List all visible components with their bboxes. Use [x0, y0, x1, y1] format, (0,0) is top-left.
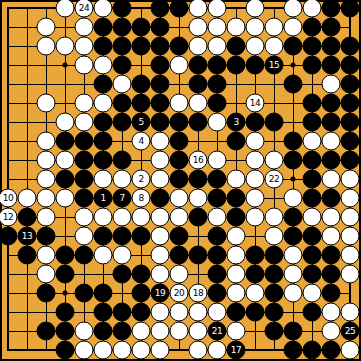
stone-black[interactable] [94, 113, 113, 132]
stone-black[interactable] [75, 189, 94, 208]
stone-black[interactable] [303, 246, 322, 265]
stone-white[interactable] [322, 303, 341, 322]
stone-black[interactable] [56, 341, 75, 360]
stone-black[interactable] [208, 265, 227, 284]
stone-white[interactable] [208, 341, 227, 360]
stone-white[interactable] [341, 246, 360, 265]
move-number: 17 [231, 346, 241, 355]
stone-white[interactable] [227, 284, 246, 303]
stone-black[interactable] [208, 246, 227, 265]
move-number: 20 [174, 289, 184, 298]
stone-black[interactable] [303, 303, 322, 322]
stone-white[interactable] [75, 37, 94, 56]
stone-white[interactable] [18, 189, 37, 208]
stone-black[interactable] [303, 94, 322, 113]
stone-white[interactable] [322, 208, 341, 227]
stone-black[interactable] [37, 284, 56, 303]
stone-black[interactable] [170, 227, 189, 246]
stone-white[interactable] [132, 208, 151, 227]
stone-white[interactable] [227, 246, 246, 265]
stone-white[interactable] [151, 246, 170, 265]
stone-white[interactable] [151, 151, 170, 170]
stone-black[interactable] [227, 37, 246, 56]
stone-white[interactable] [284, 246, 303, 265]
stone-black[interactable] [170, 170, 189, 189]
stone-black[interactable] [303, 189, 322, 208]
stone-white[interactable] [189, 18, 208, 37]
stone-black[interactable] [246, 265, 265, 284]
star-point [63, 63, 68, 68]
move-number: 22 [269, 175, 279, 184]
stone-white[interactable] [322, 132, 341, 151]
move-number: 10 [3, 194, 13, 203]
stone-black[interactable] [94, 284, 113, 303]
stone-black[interactable] [322, 0, 341, 18]
stone-white[interactable] [37, 189, 56, 208]
move-number: 15 [269, 61, 279, 70]
stone-black[interactable] [189, 170, 208, 189]
stone-white[interactable] [75, 56, 94, 75]
stone-white[interactable] [246, 132, 265, 151]
stone-black[interactable] [189, 208, 208, 227]
stone-white[interactable] [37, 208, 56, 227]
stone-black[interactable]: 25 [341, 322, 360, 341]
stone-black[interactable] [341, 132, 360, 151]
stone-black[interactable] [246, 303, 265, 322]
stone-black[interactable] [132, 37, 151, 56]
stone-white[interactable] [189, 189, 208, 208]
move-number: 18 [193, 289, 203, 298]
stone-white[interactable] [94, 0, 113, 18]
move-number: 14 [250, 99, 260, 108]
stone-black[interactable] [75, 132, 94, 151]
stone-black[interactable] [284, 75, 303, 94]
stone-white[interactable] [113, 246, 132, 265]
stone-white[interactable] [170, 208, 189, 227]
stone-white[interactable] [227, 227, 246, 246]
stone-black[interactable] [18, 208, 37, 227]
stone-white[interactable] [246, 170, 265, 189]
stone-black[interactable] [303, 170, 322, 189]
star-point [291, 177, 296, 182]
stone-black[interactable] [322, 265, 341, 284]
stone-black[interactable] [113, 37, 132, 56]
star-point [63, 291, 68, 296]
stone-black[interactable] [208, 227, 227, 246]
stone-white[interactable] [75, 341, 94, 360]
stone-black[interactable] [170, 151, 189, 170]
stone-white[interactable] [246, 208, 265, 227]
stone-black[interactable] [265, 322, 284, 341]
stone-black[interactable] [322, 113, 341, 132]
stone-black[interactable]: 5 [132, 113, 151, 132]
stone-black[interactable] [75, 151, 94, 170]
stone-black[interactable] [170, 113, 189, 132]
stone-white[interactable] [37, 18, 56, 37]
stone-black[interactable] [170, 0, 189, 18]
stone-black[interactable] [189, 75, 208, 94]
stone-white[interactable] [246, 0, 265, 18]
stone-black[interactable] [151, 0, 170, 18]
stone-white[interactable]: 18 [189, 284, 208, 303]
stone-black[interactable] [94, 322, 113, 341]
stone-black[interactable] [132, 284, 151, 303]
stone-black[interactable] [151, 56, 170, 75]
stone-white[interactable] [75, 322, 94, 341]
stone-white[interactable] [75, 94, 94, 113]
stone-white[interactable] [113, 170, 132, 189]
stone-black[interactable] [0, 227, 18, 246]
stone-white[interactable] [151, 227, 170, 246]
stone-black[interactable] [94, 227, 113, 246]
stone-black[interactable] [265, 246, 284, 265]
stone-white[interactable] [37, 170, 56, 189]
stone-black[interactable] [37, 227, 56, 246]
stone-black[interactable] [189, 56, 208, 75]
stone-white[interactable] [75, 227, 94, 246]
stone-white[interactable] [151, 170, 170, 189]
stone-white[interactable] [170, 303, 189, 322]
stone-black[interactable]: 17 [227, 341, 246, 360]
stone-black[interactable] [113, 113, 132, 132]
stone-black[interactable] [322, 56, 341, 75]
stone-white[interactable] [208, 113, 227, 132]
stone-black[interactable] [341, 56, 360, 75]
stone-white[interactable] [170, 94, 189, 113]
stone-black[interactable] [303, 341, 322, 360]
stone-black[interactable] [113, 303, 132, 322]
stone-white[interactable] [227, 265, 246, 284]
stone-black[interactable] [189, 246, 208, 265]
stone-white[interactable] [265, 18, 284, 37]
stone-white[interactable] [132, 322, 151, 341]
stone-black[interactable] [284, 37, 303, 56]
stone-white[interactable] [341, 341, 360, 360]
move-number: 2 [138, 175, 143, 184]
stone-white[interactable] [151, 303, 170, 322]
stone-black[interactable] [170, 37, 189, 56]
stone-black[interactable] [113, 151, 132, 170]
stone-black[interactable] [208, 189, 227, 208]
stone-black[interactable] [75, 170, 94, 189]
stone-black[interactable]: 13 [18, 227, 37, 246]
stone-black[interactable] [341, 37, 360, 56]
stone-white[interactable] [208, 18, 227, 37]
stone-white[interactable]: 16 [189, 151, 208, 170]
stone-black[interactable] [227, 303, 246, 322]
stone-black[interactable] [151, 189, 170, 208]
stone-white[interactable] [151, 322, 170, 341]
stone-white[interactable] [151, 132, 170, 151]
stone-black[interactable] [132, 75, 151, 94]
stone-black[interactable] [208, 75, 227, 94]
stone-white[interactable] [151, 341, 170, 360]
stone-black[interactable] [303, 56, 322, 75]
stone-black[interactable] [113, 56, 132, 75]
stone-black[interactable] [56, 246, 75, 265]
stone-white[interactable] [208, 151, 227, 170]
stone-black[interactable] [170, 132, 189, 151]
stone-white[interactable] [170, 189, 189, 208]
stone-white[interactable] [284, 189, 303, 208]
stone-black[interactable] [75, 284, 94, 303]
stone-black[interactable] [284, 151, 303, 170]
stone-white[interactable] [94, 94, 113, 113]
stone-white[interactable]: 2 [132, 170, 151, 189]
stone-white[interactable] [303, 132, 322, 151]
move-number: 21 [212, 327, 222, 336]
stone-white[interactable] [94, 208, 113, 227]
stone-white[interactable] [151, 208, 170, 227]
star-point [291, 63, 296, 68]
stone-black[interactable] [37, 322, 56, 341]
stone-black[interactable] [341, 113, 360, 132]
stone-white[interactable] [56, 189, 75, 208]
move-number: 1 [100, 194, 105, 203]
stone-white[interactable] [75, 113, 94, 132]
stone-white[interactable] [284, 265, 303, 284]
move-number: 25 [345, 327, 355, 336]
stone-black[interactable] [132, 18, 151, 37]
stone-black[interactable] [265, 113, 284, 132]
stone-black[interactable] [151, 94, 170, 113]
go-board[interactable]: 24151453416222101781213192018212517 [0, 0, 361, 361]
stone-white[interactable] [189, 322, 208, 341]
stone-white[interactable]: 14 [246, 94, 265, 113]
stone-white[interactable] [341, 170, 360, 189]
stone-white[interactable] [208, 303, 227, 322]
stone-black[interactable] [284, 227, 303, 246]
stone-black[interactable] [227, 189, 246, 208]
stone-black[interactable] [284, 208, 303, 227]
stone-white[interactable] [113, 341, 132, 360]
stone-black[interactable] [303, 37, 322, 56]
stone-white[interactable] [265, 37, 284, 56]
stone-black[interactable] [322, 246, 341, 265]
stone-white[interactable] [265, 208, 284, 227]
stone-black[interactable] [94, 75, 113, 94]
stone-white[interactable]: 22 [265, 170, 284, 189]
stone-black[interactable] [227, 56, 246, 75]
stone-black[interactable] [94, 37, 113, 56]
stone-black[interactable] [303, 151, 322, 170]
stone-white[interactable] [246, 18, 265, 37]
stone-white[interactable] [284, 284, 303, 303]
stone-white[interactable]: 12 [0, 208, 18, 227]
stone-white[interactable] [75, 208, 94, 227]
stone-black[interactable] [94, 151, 113, 170]
stone-white[interactable] [246, 37, 265, 56]
stone-black[interactable] [94, 303, 113, 322]
stone-black[interactable] [341, 0, 360, 18]
stone-black[interactable] [151, 75, 170, 94]
stone-black[interactable] [303, 227, 322, 246]
stone-white[interactable]: 10 [0, 189, 18, 208]
stone-black[interactable]: 3 [227, 113, 246, 132]
stone-white[interactable] [208, 37, 227, 56]
stone-white[interactable] [227, 170, 246, 189]
stone-white[interactable] [322, 75, 341, 94]
stone-white[interactable] [94, 56, 113, 75]
stone-white[interactable] [341, 208, 360, 227]
stone-black[interactable] [322, 284, 341, 303]
move-number: 12 [3, 213, 13, 222]
stone-black[interactable] [246, 113, 265, 132]
stone-white[interactable] [227, 322, 246, 341]
stone-white[interactable] [94, 341, 113, 360]
stone-black[interactable] [208, 284, 227, 303]
stone-white[interactable] [284, 0, 303, 18]
stone-white[interactable]: 8 [132, 189, 151, 208]
stone-white[interactable] [170, 56, 189, 75]
stone-white[interactable] [151, 265, 170, 284]
stone-black[interactable] [151, 37, 170, 56]
stone-white[interactable]: 20 [170, 284, 189, 303]
stone-white[interactable] [37, 132, 56, 151]
stone-white[interactable] [341, 227, 360, 246]
stone-black[interactable] [113, 227, 132, 246]
stone-black[interactable] [284, 322, 303, 341]
stone-white[interactable] [303, 284, 322, 303]
stone-white[interactable] [208, 0, 227, 18]
stone-black[interactable]: 19 [151, 284, 170, 303]
stone-white[interactable] [227, 18, 246, 37]
stone-black[interactable] [56, 322, 75, 341]
stone-black[interactable] [208, 94, 227, 113]
stone-white[interactable] [246, 151, 265, 170]
stone-white[interactable]: 24 [75, 0, 94, 18]
stone-white[interactable] [322, 170, 341, 189]
stone-white[interactable] [132, 341, 151, 360]
stone-black[interactable] [151, 113, 170, 132]
stone-black[interactable]: 7 [113, 189, 132, 208]
stone-white[interactable] [37, 265, 56, 284]
stone-black[interactable] [265, 265, 284, 284]
stone-white[interactable] [56, 113, 75, 132]
stone-black[interactable] [132, 227, 151, 246]
stone-black[interactable] [227, 132, 246, 151]
stone-black[interactable] [341, 75, 360, 94]
stone-white[interactable] [284, 18, 303, 37]
stone-black[interactable] [113, 322, 132, 341]
stone-white[interactable] [37, 151, 56, 170]
stone-black[interactable] [246, 56, 265, 75]
stone-white[interactable] [322, 227, 341, 246]
stone-white[interactable] [37, 246, 56, 265]
stone-black[interactable] [189, 113, 208, 132]
stone-white[interactable] [113, 75, 132, 94]
stone-black[interactable] [322, 94, 341, 113]
stone-black[interactable] [132, 265, 151, 284]
stone-black[interactable] [113, 94, 132, 113]
stone-white[interactable] [94, 246, 113, 265]
stone-black[interactable] [303, 113, 322, 132]
stone-black[interactable] [322, 151, 341, 170]
stone-black[interactable] [132, 303, 151, 322]
stone-black[interactable] [113, 18, 132, 37]
stone-white[interactable] [322, 322, 341, 341]
stone-black[interactable] [208, 170, 227, 189]
stone-white[interactable] [189, 0, 208, 18]
stone-white[interactable] [56, 37, 75, 56]
stone-black[interactable] [151, 18, 170, 37]
stone-white[interactable] [56, 151, 75, 170]
stone-white[interactable] [56, 0, 75, 18]
stone-black[interactable] [303, 18, 322, 37]
stone-white[interactable] [303, 0, 322, 18]
stone-white[interactable] [341, 265, 360, 284]
stone-black[interactable]: 21 [208, 322, 227, 341]
move-number: 19 [155, 289, 165, 298]
stone-white[interactable] [265, 227, 284, 246]
stone-black[interactable] [132, 94, 151, 113]
stone-black[interactable] [265, 303, 284, 322]
stone-white[interactable] [113, 208, 132, 227]
stone-white[interactable] [189, 94, 208, 113]
stone-white[interactable] [341, 303, 360, 322]
move-number: 7 [119, 194, 124, 203]
stone-white[interactable] [37, 94, 56, 113]
stone-white[interactable] [75, 18, 94, 37]
stone-black[interactable] [322, 189, 341, 208]
stone-black[interactable] [284, 341, 303, 360]
stone-black[interactable] [75, 246, 94, 265]
stone-white[interactable] [37, 37, 56, 56]
stone-white[interactable]: 4 [132, 132, 151, 151]
stone-black[interactable] [56, 132, 75, 151]
stone-white[interactable] [170, 265, 189, 284]
stone-black[interactable] [322, 18, 341, 37]
move-number: 16 [193, 156, 203, 165]
stone-white[interactable] [303, 208, 322, 227]
stone-black[interactable] [322, 37, 341, 56]
stone-white[interactable] [246, 284, 265, 303]
stone-black[interactable] [341, 151, 360, 170]
stone-black[interactable] [56, 265, 75, 284]
stone-white[interactable] [265, 151, 284, 170]
stone-white[interactable] [189, 303, 208, 322]
stone-black[interactable] [322, 341, 341, 360]
stone-white[interactable] [189, 341, 208, 360]
move-number: 8 [138, 194, 143, 203]
stone-black[interactable] [56, 170, 75, 189]
stone-black[interactable] [56, 303, 75, 322]
stone-white[interactable] [246, 189, 265, 208]
stone-black[interactable] [94, 132, 113, 151]
stone-black[interactable] [246, 246, 265, 265]
stone-white[interactable] [208, 208, 227, 227]
stone-black[interactable] [18, 246, 37, 265]
stone-black[interactable]: 15 [265, 56, 284, 75]
stone-black[interactable] [208, 56, 227, 75]
stone-black[interactable] [284, 132, 303, 151]
stone-white[interactable] [189, 37, 208, 56]
stone-black[interactable] [227, 208, 246, 227]
stone-black[interactable] [341, 94, 360, 113]
stone-black[interactable]: 1 [94, 189, 113, 208]
stone-black[interactable] [170, 246, 189, 265]
stone-white[interactable] [170, 322, 189, 341]
stone-white[interactable] [341, 189, 360, 208]
move-number: 4 [138, 137, 143, 146]
stone-black[interactable] [113, 265, 132, 284]
stone-black[interactable] [94, 18, 113, 37]
go-diagram: 24151453416222101781213192018212517 [0, 0, 361, 361]
stone-white[interactable] [94, 170, 113, 189]
stone-black[interactable] [303, 265, 322, 284]
stone-black[interactable] [265, 284, 284, 303]
stone-black[interactable] [113, 0, 132, 18]
